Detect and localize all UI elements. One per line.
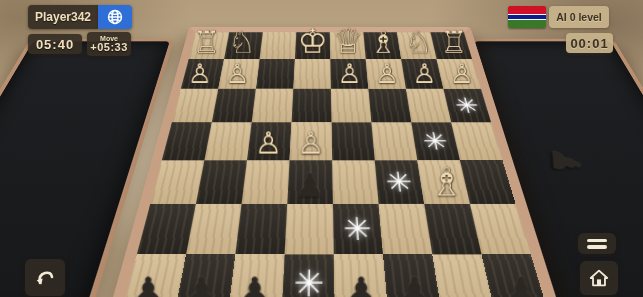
- black-pawn-c7[interactable]: ♟: [397, 273, 431, 297]
- square-c6[interactable]: [378, 204, 432, 254]
- square-c2[interactable]: ♙: [365, 59, 405, 89]
- player-name: Player342: [28, 5, 98, 29]
- square-d3[interactable]: [330, 89, 370, 123]
- square-e1[interactable]: ♔: [295, 32, 330, 59]
- square-g1[interactable]: ♘: [224, 32, 263, 59]
- square-h5[interactable]: [150, 160, 204, 204]
- square-e5[interactable]: ♟: [287, 160, 333, 204]
- square-a4[interactable]: [451, 122, 502, 160]
- white-pawn-e4[interactable]: ♙: [297, 128, 324, 158]
- undo-arrow-icon: [33, 266, 57, 290]
- square-h7[interactable]: ♟: [121, 254, 186, 297]
- square-c5[interactable]: ✳: [374, 160, 423, 204]
- square-h4[interactable]: [161, 122, 211, 160]
- square-d4[interactable]: [331, 122, 374, 160]
- square-f5[interactable]: [241, 160, 289, 204]
- square-e6[interactable]: [284, 204, 333, 254]
- square-d5[interactable]: [332, 160, 378, 204]
- square-c1[interactable]: ♗: [363, 32, 401, 59]
- square-a2[interactable]: ♙: [436, 59, 480, 89]
- ai-clock: 00:01: [566, 33, 613, 53]
- menu-button[interactable]: [578, 233, 616, 254]
- move-marker-c5[interactable]: ✳: [374, 160, 423, 204]
- square-b1[interactable]: ♘: [397, 32, 437, 59]
- white-bishop-c1[interactable]: ♗: [369, 27, 396, 57]
- square-a7[interactable]: ♟: [481, 254, 548, 297]
- white-king-e1[interactable]: ♔: [297, 24, 327, 58]
- white-pawn-h2[interactable]: ♙: [187, 61, 211, 88]
- move-bonus-value: +05:33: [90, 42, 128, 53]
- square-f1[interactable]: [259, 32, 296, 59]
- square-h2[interactable]: ♙: [180, 59, 223, 89]
- square-d1[interactable]: ♕: [329, 32, 365, 59]
- black-pawn-h7[interactable]: ♟: [131, 273, 165, 297]
- captured-black-pawn: ♟: [547, 146, 586, 179]
- black-pawn-e5[interactable]: ♟: [295, 169, 324, 202]
- square-b5[interactable]: ♗: [417, 160, 470, 204]
- square-a5[interactable]: [459, 160, 515, 204]
- square-g5[interactable]: [195, 160, 246, 204]
- square-g3[interactable]: [211, 89, 255, 123]
- square-f2[interactable]: [255, 59, 294, 89]
- square-h3[interactable]: [171, 89, 217, 123]
- move-marker-d6[interactable]: ✳: [332, 204, 382, 254]
- player-clock: 05:40: [28, 34, 82, 54]
- flag-green-stripe: [508, 20, 546, 28]
- black-pawn-d7[interactable]: ♟: [344, 273, 378, 297]
- home-button[interactable]: [580, 261, 618, 295]
- square-e7[interactable]: ✳: [281, 254, 334, 297]
- square-a3[interactable]: ✳: [443, 89, 491, 123]
- square-f6[interactable]: [235, 204, 287, 254]
- ai-name: AI 0 level: [549, 6, 609, 28]
- square-e4[interactable]: ♙: [289, 122, 332, 160]
- square-h6[interactable]: [136, 204, 195, 254]
- white-rook-a1[interactable]: ♖: [440, 27, 467, 57]
- square-f3[interactable]: [251, 89, 293, 123]
- white-pawn-a2[interactable]: ♙: [449, 61, 473, 88]
- white-pawn-g2[interactable]: ♙: [225, 61, 249, 88]
- move-bonus-box: Move +05:33: [87, 32, 131, 56]
- square-e2[interactable]: [293, 59, 331, 89]
- white-pawn-d2[interactable]: ♙: [337, 61, 361, 88]
- table-plane: ♟ ♖♘♔♕♗♘♖♙♙♙♙♙♙✳♙♙✳♟✳♗✳♟♟♟✳♟♟♟♜♞♝♚♛♝♞♜: [75, 23, 568, 297]
- square-a1[interactable]: ♖: [430, 32, 472, 59]
- globe-button[interactable]: [98, 5, 132, 29]
- white-knight-g1[interactable]: ♘: [228, 27, 255, 57]
- gambia-flag: [508, 6, 546, 28]
- square-d6[interactable]: ✳: [332, 204, 382, 254]
- menu-icon: [587, 245, 607, 249]
- square-g6[interactable]: [185, 204, 241, 254]
- square-f7[interactable]: ♟: [227, 254, 284, 297]
- square-g2[interactable]: ♙: [218, 59, 259, 89]
- square-h1[interactable]: ♖: [188, 32, 229, 59]
- menu-icon: [587, 239, 607, 243]
- black-pawn-g7[interactable]: ♟: [184, 273, 218, 297]
- flag-red-stripe: [508, 6, 546, 14]
- white-rook-h1[interactable]: ♖: [193, 27, 220, 57]
- white-pawn-b2[interactable]: ♙: [412, 61, 436, 88]
- white-pawn-c2[interactable]: ♙: [375, 61, 399, 88]
- square-d2[interactable]: ♙: [330, 59, 368, 89]
- square-c3[interactable]: [368, 89, 411, 123]
- undo-button[interactable]: [25, 259, 65, 296]
- square-f4[interactable]: ♙: [246, 122, 291, 160]
- square-b6[interactable]: [424, 204, 481, 254]
- move-marker-e7[interactable]: ✳: [281, 254, 334, 297]
- square-d7[interactable]: ♟: [333, 254, 387, 297]
- white-pawn-f4[interactable]: ♙: [254, 128, 281, 158]
- square-c4[interactable]: [371, 122, 417, 160]
- square-g4[interactable]: [204, 122, 251, 160]
- black-pawn-a7[interactable]: ♟: [503, 273, 537, 297]
- home-icon: [588, 267, 610, 289]
- square-c7[interactable]: ♟: [382, 254, 441, 297]
- move-marker-a3[interactable]: ✳: [443, 89, 491, 123]
- black-pawn-f7[interactable]: ♟: [237, 273, 271, 297]
- white-queen-d1[interactable]: ♕: [332, 24, 362, 58]
- globe-icon: [106, 8, 124, 26]
- white-knight-b1[interactable]: ♘: [405, 27, 432, 57]
- square-a6[interactable]: [469, 204, 530, 254]
- white-bishop-b5[interactable]: ♗: [429, 163, 464, 202]
- square-e3[interactable]: [291, 89, 331, 123]
